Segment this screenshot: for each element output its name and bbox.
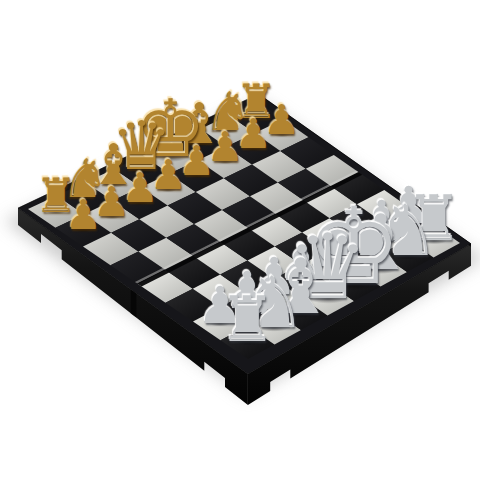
chess-set-photo: ♜♞♟♝♟♚♟♛♟♝♟♞♟♜♟♟♟♟♜♟♞♟♝♟♚♟♛♟♝♟♞♜ <box>0 0 480 480</box>
fold-seam-side <box>131 289 137 317</box>
board-svg <box>0 0 480 480</box>
